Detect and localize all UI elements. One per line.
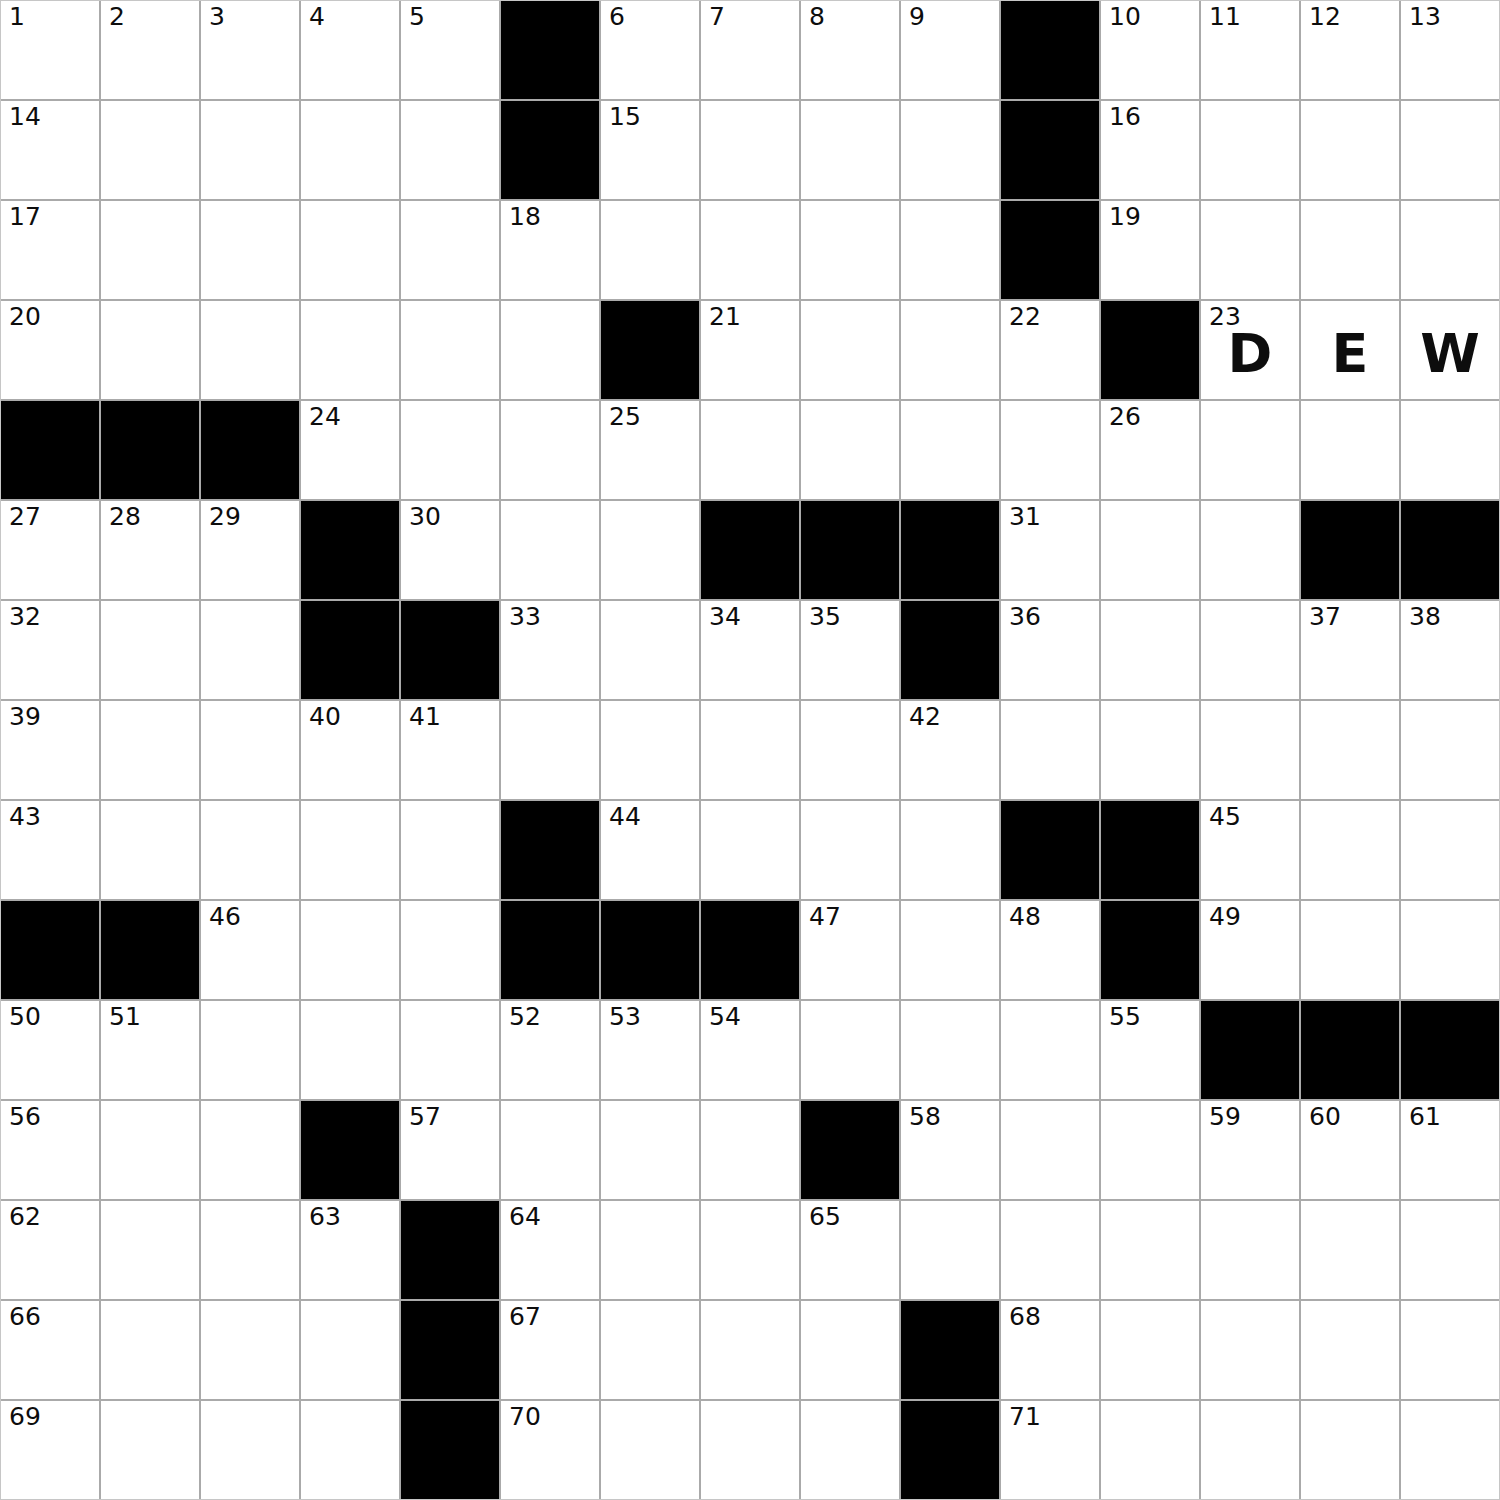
white-cell[interactable]: 6	[601, 1, 699, 99]
white-cell[interactable]: 35	[801, 601, 899, 699]
white-cell[interactable]	[1301, 101, 1399, 199]
white-cell[interactable]	[901, 301, 999, 399]
white-cell[interactable]	[201, 601, 299, 699]
white-cell[interactable]: W	[1401, 301, 1499, 399]
white-cell[interactable]: 67	[501, 1301, 599, 1399]
white-cell[interactable]	[601, 1401, 699, 1499]
white-cell[interactable]: 24	[301, 401, 399, 499]
white-cell[interactable]: 22	[1001, 301, 1099, 399]
white-cell[interactable]: 10	[1101, 1, 1199, 99]
white-cell[interactable]	[1401, 201, 1499, 299]
clue-number: 66	[9, 1304, 41, 1330]
clue-number: 45	[1209, 804, 1241, 830]
clue-number: 32	[9, 604, 41, 630]
white-cell[interactable]	[101, 101, 199, 199]
white-cell[interactable]	[901, 801, 999, 899]
white-cell[interactable]	[701, 1301, 799, 1399]
black-cell	[901, 1301, 999, 1399]
clue-number: 64	[509, 1204, 541, 1230]
white-cell[interactable]	[1401, 101, 1499, 199]
white-cell[interactable]	[701, 701, 799, 799]
clue-number: 22	[1009, 304, 1041, 330]
white-cell[interactable]: 16	[1101, 101, 1199, 199]
white-cell[interactable]: 32	[1, 601, 99, 699]
clue-number: 6	[609, 4, 625, 30]
white-cell[interactable]	[201, 701, 299, 799]
white-cell[interactable]	[201, 1301, 299, 1399]
white-cell[interactable]: 51	[101, 1001, 199, 1099]
black-cell	[501, 801, 599, 899]
white-cell[interactable]: 45	[1201, 801, 1299, 899]
clue-number: 15	[609, 104, 641, 130]
clue-number: 71	[1009, 1404, 1041, 1430]
white-cell[interactable]: 52	[501, 1001, 599, 1099]
white-cell[interactable]: 38	[1401, 601, 1499, 699]
clue-number: 58	[909, 1104, 941, 1130]
white-cell[interactable]	[1401, 1201, 1499, 1299]
clue-number: 40	[309, 704, 341, 730]
white-cell[interactable]: 7	[701, 1, 799, 99]
white-cell[interactable]	[1101, 1201, 1199, 1299]
white-cell[interactable]: 36	[1001, 601, 1099, 699]
white-cell[interactable]: 55	[1101, 1001, 1199, 1099]
white-cell[interactable]	[301, 301, 399, 399]
black-cell	[1301, 501, 1399, 599]
white-cell[interactable]	[401, 901, 499, 999]
white-cell[interactable]	[801, 201, 899, 299]
white-cell[interactable]	[101, 1101, 199, 1199]
white-cell[interactable]	[1301, 1401, 1399, 1499]
clue-number: 24	[309, 404, 341, 430]
white-cell[interactable]	[801, 301, 899, 399]
white-cell[interactable]	[1401, 401, 1499, 499]
white-cell[interactable]	[301, 801, 399, 899]
white-cell[interactable]	[101, 1201, 199, 1299]
black-cell	[601, 901, 699, 999]
white-cell[interactable]	[601, 701, 699, 799]
white-cell[interactable]: 30	[401, 501, 499, 599]
white-cell[interactable]	[401, 301, 499, 399]
clue-number: 31	[1009, 504, 1041, 530]
clue-number: 13	[1409, 4, 1441, 30]
white-cell[interactable]	[801, 401, 899, 499]
white-cell[interactable]	[901, 1201, 999, 1299]
white-cell[interactable]: 2	[101, 1, 199, 99]
black-cell	[901, 601, 999, 699]
white-cell[interactable]	[501, 301, 599, 399]
white-cell[interactable]	[101, 801, 199, 899]
clue-number: 33	[509, 604, 541, 630]
white-cell[interactable]: 66	[1, 1301, 99, 1399]
white-cell[interactable]	[1001, 701, 1099, 799]
black-cell	[701, 501, 799, 599]
white-cell[interactable]: 48	[1001, 901, 1099, 999]
clue-number: 52	[509, 1004, 541, 1030]
white-cell[interactable]: 50	[1, 1001, 99, 1099]
black-cell	[701, 901, 799, 999]
white-cell[interactable]: 34	[701, 601, 799, 699]
black-cell	[1101, 901, 1199, 999]
white-cell[interactable]: 69	[1, 1401, 99, 1499]
white-cell[interactable]	[901, 201, 999, 299]
white-cell[interactable]	[1201, 701, 1299, 799]
white-cell[interactable]	[101, 701, 199, 799]
black-cell	[201, 401, 299, 499]
clue-number: 50	[9, 1004, 41, 1030]
clue-number: 4	[309, 4, 325, 30]
white-cell[interactable]: 23D	[1201, 301, 1299, 399]
black-cell	[1001, 1, 1099, 99]
white-cell[interactable]	[1301, 901, 1399, 999]
white-cell[interactable]	[201, 201, 299, 299]
clue-number: 29	[209, 504, 241, 530]
white-cell[interactable]	[201, 101, 299, 199]
black-cell	[801, 1101, 899, 1199]
white-cell[interactable]: 63	[301, 1201, 399, 1299]
clue-number: 20	[9, 304, 41, 330]
white-cell[interactable]	[701, 101, 799, 199]
black-cell	[901, 1401, 999, 1499]
white-cell[interactable]	[1101, 701, 1199, 799]
white-cell[interactable]: E	[1301, 301, 1399, 399]
white-cell[interactable]: 49	[1201, 901, 1299, 999]
white-cell[interactable]	[801, 701, 899, 799]
white-cell[interactable]	[1401, 801, 1499, 899]
white-cell[interactable]: 71	[1001, 1401, 1099, 1499]
clue-number: 11	[1209, 4, 1241, 30]
white-cell[interactable]: 4	[301, 1, 399, 99]
white-cell[interactable]: 19	[1101, 201, 1199, 299]
white-cell[interactable]	[801, 101, 899, 199]
white-cell[interactable]: 8	[801, 1, 899, 99]
white-cell[interactable]	[1101, 1301, 1199, 1399]
white-cell[interactable]	[1201, 601, 1299, 699]
black-cell	[401, 1401, 499, 1499]
white-cell[interactable]: 56	[1, 1101, 99, 1199]
clue-number: 62	[9, 1204, 41, 1230]
clue-number: 47	[809, 904, 841, 930]
white-cell[interactable]: 14	[1, 101, 99, 199]
white-cell[interactable]	[101, 201, 199, 299]
crossword-grid: 1234567891011121314151617181920212223DEW…	[0, 0, 1500, 1500]
clue-number: 26	[1109, 404, 1141, 430]
white-cell[interactable]	[1101, 601, 1199, 699]
clue-number: 35	[809, 604, 841, 630]
white-cell[interactable]	[801, 1401, 899, 1499]
black-cell	[401, 601, 499, 699]
white-cell[interactable]	[601, 1101, 699, 1199]
clue-number: 70	[509, 1404, 541, 1430]
white-cell[interactable]: 9	[901, 1, 999, 99]
white-cell[interactable]	[201, 1201, 299, 1299]
white-cell[interactable]	[1201, 1401, 1299, 1499]
white-cell[interactable]: 70	[501, 1401, 599, 1499]
white-cell[interactable]	[1101, 1101, 1199, 1199]
white-cell[interactable]: 65	[801, 1201, 899, 1299]
clue-number: 30	[409, 504, 441, 530]
white-cell[interactable]	[1001, 1201, 1099, 1299]
white-cell[interactable]: 43	[1, 801, 99, 899]
white-cell[interactable]	[1201, 201, 1299, 299]
clue-number: 12	[1309, 4, 1341, 30]
white-cell[interactable]	[1401, 901, 1499, 999]
white-cell[interactable]	[701, 1401, 799, 1499]
clue-number: 53	[609, 1004, 641, 1030]
white-cell[interactable]: 53	[601, 1001, 699, 1099]
clue-number: 69	[9, 1404, 41, 1430]
black-cell	[901, 501, 999, 599]
white-cell[interactable]	[1101, 1401, 1199, 1499]
white-cell[interactable]: 41	[401, 701, 499, 799]
white-cell[interactable]: 40	[301, 701, 399, 799]
white-cell[interactable]: 64	[501, 1201, 599, 1299]
clue-number: 7	[709, 4, 725, 30]
black-cell	[501, 901, 599, 999]
white-cell[interactable]: 26	[1101, 401, 1199, 499]
black-cell	[1, 401, 99, 499]
white-cell[interactable]: 5	[401, 1, 499, 99]
white-cell[interactable]: 13	[1401, 1, 1499, 99]
white-cell[interactable]	[201, 1101, 299, 1199]
white-cell[interactable]	[301, 1301, 399, 1399]
white-cell[interactable]: 54	[701, 1001, 799, 1099]
white-cell[interactable]	[401, 401, 499, 499]
white-cell[interactable]: 46	[201, 901, 299, 999]
black-cell	[1301, 1001, 1399, 1099]
clue-number: 27	[9, 504, 41, 530]
clue-number: 61	[1409, 1104, 1441, 1130]
black-cell	[1, 901, 99, 999]
white-cell[interactable]	[1401, 701, 1499, 799]
clue-number: 43	[9, 804, 41, 830]
white-cell[interactable]: 42	[901, 701, 999, 799]
white-cell[interactable]	[301, 1001, 399, 1099]
white-cell[interactable]	[201, 801, 299, 899]
white-cell[interactable]	[201, 1001, 299, 1099]
black-cell	[301, 501, 399, 599]
cell-letter: E	[1301, 301, 1399, 399]
white-cell[interactable]: 1	[1, 1, 99, 99]
clue-number: 68	[1009, 1304, 1041, 1330]
white-cell[interactable]	[301, 201, 399, 299]
white-cell[interactable]	[1301, 201, 1399, 299]
white-cell[interactable]: 11	[1201, 1, 1299, 99]
white-cell[interactable]	[401, 201, 499, 299]
white-cell[interactable]	[801, 1301, 899, 1399]
white-cell[interactable]: 20	[1, 301, 99, 399]
clue-number: 36	[1009, 604, 1041, 630]
black-cell	[1101, 301, 1199, 399]
clue-number: 25	[609, 404, 641, 430]
black-cell	[401, 1201, 499, 1299]
clue-number: 46	[209, 904, 241, 930]
white-cell[interactable]: 47	[801, 901, 899, 999]
clue-number: 60	[1309, 1104, 1341, 1130]
white-cell[interactable]: 17	[1, 201, 99, 299]
clue-number: 10	[1109, 4, 1141, 30]
clue-number: 44	[609, 804, 641, 830]
clue-number: 34	[709, 604, 741, 630]
white-cell[interactable]: 28	[101, 501, 199, 599]
black-cell	[1001, 101, 1099, 199]
clue-number: 16	[1109, 104, 1141, 130]
black-cell	[1101, 801, 1199, 899]
white-cell[interactable]	[1301, 701, 1399, 799]
white-cell[interactable]: 39	[1, 701, 99, 799]
white-cell[interactable]: 37	[1301, 601, 1399, 699]
white-cell[interactable]	[901, 1001, 999, 1099]
black-cell	[1401, 1001, 1499, 1099]
black-cell	[301, 1101, 399, 1199]
clue-number: 51	[109, 1004, 141, 1030]
white-cell[interactable]	[501, 1101, 599, 1199]
clue-number: 5	[409, 4, 425, 30]
white-cell[interactable]: 58	[901, 1101, 999, 1199]
black-cell	[1401, 501, 1499, 599]
white-cell[interactable]	[801, 1001, 899, 1099]
clue-number: 63	[309, 1204, 341, 1230]
white-cell[interactable]	[801, 801, 899, 899]
black-cell	[1001, 801, 1099, 899]
clue-number: 37	[1309, 604, 1341, 630]
white-cell[interactable]	[901, 101, 999, 199]
clue-number: 54	[709, 1004, 741, 1030]
white-cell[interactable]	[501, 701, 599, 799]
white-cell[interactable]: 27	[1, 501, 99, 599]
white-cell[interactable]	[701, 201, 799, 299]
white-cell[interactable]	[701, 401, 799, 499]
clue-number: 17	[9, 204, 41, 230]
white-cell[interactable]: 29	[201, 501, 299, 599]
white-cell[interactable]	[601, 1201, 699, 1299]
white-cell[interactable]	[901, 901, 999, 999]
clue-number: 42	[909, 704, 941, 730]
white-cell[interactable]	[1201, 1201, 1299, 1299]
white-cell[interactable]	[401, 1001, 499, 1099]
white-cell[interactable]: 21	[701, 301, 799, 399]
white-cell[interactable]: 25	[601, 401, 699, 499]
clue-number: 19	[1109, 204, 1141, 230]
white-cell[interactable]	[1301, 1301, 1399, 1399]
white-cell[interactable]	[1001, 1101, 1099, 1199]
white-cell[interactable]	[1401, 1301, 1499, 1399]
clue-number: 41	[409, 704, 441, 730]
black-cell	[1201, 1001, 1299, 1099]
white-cell[interactable]	[1301, 401, 1399, 499]
white-cell[interactable]	[101, 601, 199, 699]
clue-number: 8	[809, 4, 825, 30]
white-cell[interactable]	[1201, 1301, 1299, 1399]
clue-number: 38	[1409, 604, 1441, 630]
white-cell[interactable]	[401, 801, 499, 899]
clue-number: 49	[1209, 904, 1241, 930]
white-cell[interactable]: 68	[1001, 1301, 1099, 1399]
white-cell[interactable]: 57	[401, 1101, 499, 1199]
white-cell[interactable]	[601, 1301, 699, 1399]
black-cell	[501, 1, 599, 99]
cell-letter: W	[1401, 301, 1499, 399]
white-cell[interactable]	[501, 501, 599, 599]
white-cell[interactable]	[201, 1401, 299, 1499]
white-cell[interactable]	[601, 501, 699, 599]
clue-number: 2	[109, 4, 125, 30]
white-cell[interactable]: 15	[601, 101, 699, 199]
clue-number: 18	[509, 204, 541, 230]
white-cell[interactable]	[1301, 801, 1399, 899]
white-cell[interactable]: 59	[1201, 1101, 1299, 1199]
clue-number: 59	[1209, 1104, 1241, 1130]
white-cell[interactable]	[1301, 1201, 1399, 1299]
black-cell	[1001, 201, 1099, 299]
white-cell[interactable]: 12	[1301, 1, 1399, 99]
clue-number: 23	[1209, 304, 1241, 330]
black-cell	[501, 101, 599, 199]
white-cell[interactable]	[1001, 401, 1099, 499]
white-cell[interactable]	[301, 1401, 399, 1499]
white-cell[interactable]	[101, 1301, 199, 1399]
white-cell[interactable]	[701, 801, 799, 899]
white-cell[interactable]	[301, 101, 399, 199]
white-cell[interactable]: 44	[601, 801, 699, 899]
clue-number: 28	[109, 504, 141, 530]
black-cell	[101, 401, 199, 499]
white-cell[interactable]	[1101, 501, 1199, 599]
clue-number: 21	[709, 304, 741, 330]
white-cell[interactable]: 31	[1001, 501, 1099, 599]
white-cell[interactable]	[301, 901, 399, 999]
white-cell[interactable]: 33	[501, 601, 599, 699]
white-cell[interactable]	[701, 1101, 799, 1199]
white-cell[interactable]	[1001, 1001, 1099, 1099]
black-cell	[801, 501, 899, 599]
clue-number: 9	[909, 4, 925, 30]
clue-number: 57	[409, 1104, 441, 1130]
white-cell[interactable]	[1201, 401, 1299, 499]
white-cell[interactable]: 18	[501, 201, 599, 299]
black-cell	[101, 901, 199, 999]
white-cell[interactable]	[901, 401, 999, 499]
white-cell[interactable]	[401, 101, 499, 199]
clue-number: 48	[1009, 904, 1041, 930]
white-cell[interactable]	[101, 1401, 199, 1499]
clue-number: 14	[9, 104, 41, 130]
white-cell[interactable]	[501, 401, 599, 499]
clue-number: 3	[209, 4, 225, 30]
white-cell[interactable]	[1201, 501, 1299, 599]
clue-number: 56	[9, 1104, 41, 1130]
white-cell[interactable]: 62	[1, 1201, 99, 1299]
white-cell[interactable]: 60	[1301, 1101, 1399, 1199]
clue-number: 67	[509, 1304, 541, 1330]
white-cell[interactable]	[101, 301, 199, 399]
black-cell	[401, 1301, 499, 1399]
white-cell[interactable]	[601, 601, 699, 699]
clue-number: 1	[9, 4, 25, 30]
clue-number: 55	[1109, 1004, 1141, 1030]
clue-number: 65	[809, 1204, 841, 1230]
white-cell[interactable]	[701, 1201, 799, 1299]
white-cell[interactable]: 61	[1401, 1101, 1499, 1199]
white-cell[interactable]	[201, 301, 299, 399]
white-cell[interactable]	[1201, 101, 1299, 199]
clue-number: 39	[9, 704, 41, 730]
white-cell[interactable]	[1401, 1401, 1499, 1499]
white-cell[interactable]: 3	[201, 1, 299, 99]
white-cell[interactable]	[601, 201, 699, 299]
black-cell	[601, 301, 699, 399]
black-cell	[301, 601, 399, 699]
